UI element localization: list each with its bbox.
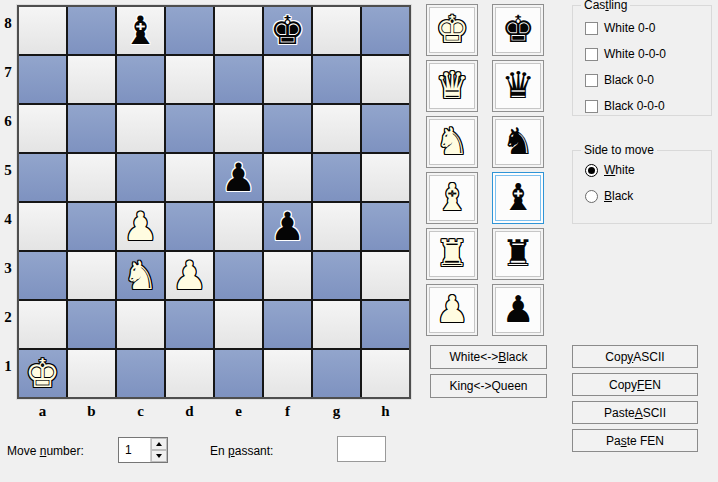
select-white-knight-button[interactable]: ♞ xyxy=(426,116,478,168)
square-b2[interactable] xyxy=(68,301,115,348)
square-a8[interactable] xyxy=(19,7,66,54)
square-h3[interactable] xyxy=(362,252,409,299)
square-e6[interactable] xyxy=(215,105,262,152)
file-label-c: c xyxy=(117,403,164,420)
square-e3[interactable] xyxy=(215,252,262,299)
square-c7[interactable] xyxy=(117,56,164,103)
square-h8[interactable] xyxy=(362,7,409,54)
square-b4[interactable] xyxy=(68,203,115,250)
square-h4[interactable] xyxy=(362,203,409,250)
file-label-h: h xyxy=(362,403,409,420)
file-label-d: d xyxy=(166,403,213,420)
square-b8[interactable] xyxy=(68,7,115,54)
rank-label-5: 5 xyxy=(0,147,16,194)
file-label-f: f xyxy=(264,403,311,420)
move-number-label: Move number: xyxy=(7,444,84,458)
black-rook-icon: ♜ xyxy=(501,232,534,276)
file-label-e: e xyxy=(215,403,262,420)
square-g1[interactable] xyxy=(313,350,360,397)
white-knight-piece: ♞ xyxy=(117,252,164,299)
file-label-b: b xyxy=(68,403,115,420)
select-black-king-button[interactable]: ♚ xyxy=(492,4,544,56)
square-d2[interactable] xyxy=(166,301,213,348)
arrow-up-icon xyxy=(156,442,162,446)
en-passant-label: En passant: xyxy=(210,444,273,458)
square-g4[interactable] xyxy=(313,203,360,250)
square-h1[interactable] xyxy=(362,350,409,397)
file-label-a: a xyxy=(19,403,66,420)
square-c5[interactable] xyxy=(117,154,164,201)
square-d4[interactable] xyxy=(166,203,213,250)
square-g5[interactable] xyxy=(313,154,360,201)
white-knight-icon: ♞ xyxy=(435,120,468,164)
square-f4[interactable]: ♟ xyxy=(264,203,311,250)
black-king-icon: ♚ xyxy=(501,8,534,52)
square-h2[interactable] xyxy=(362,301,409,348)
square-g7[interactable] xyxy=(313,56,360,103)
file-labels: abcdefgh xyxy=(19,403,409,420)
square-b3[interactable] xyxy=(68,252,115,299)
side-white-row: White xyxy=(585,163,635,177)
select-white-king-button[interactable]: ♚ xyxy=(426,4,478,56)
white-pawn-icon: ♟ xyxy=(435,288,468,332)
square-e1[interactable] xyxy=(215,350,262,397)
rank-label-8: 8 xyxy=(0,0,16,47)
square-d8[interactable] xyxy=(166,7,213,54)
square-d1[interactable] xyxy=(166,350,213,397)
black-pawn-piece: ♟ xyxy=(264,203,311,250)
checkbox-white-0-0-0-label: White 0-0-0 xyxy=(604,47,666,61)
rank-label-1: 1 xyxy=(0,343,16,390)
white-king-icon: ♚ xyxy=(435,8,468,52)
board: ♝♚♟♟♟♞♟♚ xyxy=(17,5,411,399)
select-white-pawn-button[interactable]: ♟ xyxy=(426,284,478,336)
castling-white-oo-row: White 0-0 xyxy=(585,21,655,35)
castling-white-ooo-row: White 0-0-0 xyxy=(585,47,666,61)
square-e5[interactable]: ♟ xyxy=(215,154,262,201)
square-c2[interactable] xyxy=(117,301,164,348)
black-queen-icon: ♛ xyxy=(501,64,534,108)
black-bishop-icon: ♝ xyxy=(501,176,534,220)
square-a4[interactable] xyxy=(19,203,66,250)
select-white-bishop-button[interactable]: ♝ xyxy=(426,172,478,224)
square-d6[interactable] xyxy=(166,105,213,152)
rank-label-2: 2 xyxy=(0,294,16,341)
black-knight-icon: ♞ xyxy=(501,120,534,164)
square-d7[interactable] xyxy=(166,56,213,103)
paste-ascii-button[interactable]: Paste ASCII xyxy=(572,401,698,424)
white-pawn-piece: ♟ xyxy=(166,252,213,299)
spinner-down-button[interactable] xyxy=(151,450,167,462)
select-white-rook-button[interactable]: ♜ xyxy=(426,228,478,280)
square-f5[interactable] xyxy=(264,154,311,201)
side-black-row: Black xyxy=(585,189,633,203)
square-b1[interactable] xyxy=(68,350,115,397)
radio-white[interactable] xyxy=(585,164,598,177)
square-c3[interactable]: ♞ xyxy=(117,252,164,299)
select-black-pawn-button[interactable]: ♟ xyxy=(492,284,544,336)
square-b7[interactable] xyxy=(68,56,115,103)
file-label-g: g xyxy=(313,403,360,420)
position-editor-window: 87654321 ♝♚♟♟♟♞♟♚ abcdefgh ♚♚♛♛♞♞♝♝♜♜♟♟ … xyxy=(0,0,718,482)
square-d5[interactable] xyxy=(166,154,213,201)
square-a3[interactable] xyxy=(19,252,66,299)
swap-colors-button[interactable]: White<->Black xyxy=(430,345,547,369)
white-bishop-icon: ♝ xyxy=(435,176,468,220)
square-e7[interactable] xyxy=(215,56,262,103)
spinner-arrows xyxy=(150,438,167,462)
move-number-value[interactable]: 1 xyxy=(119,438,150,462)
select-black-rook-button[interactable]: ♜ xyxy=(492,228,544,280)
white-king-piece: ♚ xyxy=(19,350,66,397)
white-queen-icon: ♛ xyxy=(435,64,468,108)
paste-fen-button[interactable]: Paste FEN xyxy=(572,429,698,452)
square-c1[interactable] xyxy=(117,350,164,397)
square-a1[interactable]: ♚ xyxy=(19,350,66,397)
checkbox-white-0-0-0[interactable] xyxy=(585,48,598,61)
checkbox-white-0-0[interactable] xyxy=(585,22,598,35)
checkbox-black-0-0-0[interactable] xyxy=(585,100,598,113)
black-bishop-piece: ♝ xyxy=(117,7,164,54)
swap-king-queen-button[interactable]: King<->Queen xyxy=(430,374,547,398)
rank-label-7: 7 xyxy=(0,49,16,96)
square-f8[interactable]: ♚ xyxy=(264,7,311,54)
square-b6[interactable] xyxy=(68,105,115,152)
checkbox-black-0-0-0-label: Black 0-0-0 xyxy=(604,99,665,113)
move-number-spinner[interactable]: 1 xyxy=(118,437,168,463)
black-pawn-icon: ♟ xyxy=(501,288,534,332)
side-to-move-group: Side to move White Black xyxy=(572,150,712,224)
checkbox-black-0-0-label: Black 0-0 xyxy=(604,73,654,87)
white-pawn-piece: ♟ xyxy=(117,203,164,250)
square-e2[interactable] xyxy=(215,301,262,348)
square-e4[interactable] xyxy=(215,203,262,250)
square-f7[interactable] xyxy=(264,56,311,103)
square-h7[interactable] xyxy=(362,56,409,103)
square-f2[interactable] xyxy=(264,301,311,348)
checkbox-white-0-0-label: White 0-0 xyxy=(604,21,655,35)
square-f6[interactable] xyxy=(264,105,311,152)
square-c6[interactable] xyxy=(117,105,164,152)
square-e8[interactable] xyxy=(215,7,262,54)
square-a7[interactable] xyxy=(19,56,66,103)
en-passant-input[interactable] xyxy=(337,436,386,462)
arrow-down-icon xyxy=(156,454,162,458)
castling-group-title: Castling xyxy=(581,0,630,12)
square-d3[interactable]: ♟ xyxy=(166,252,213,299)
rank-label-4: 4 xyxy=(0,196,16,243)
square-g2[interactable] xyxy=(313,301,360,348)
square-b5[interactable] xyxy=(68,154,115,201)
square-h5[interactable] xyxy=(362,154,409,201)
square-c8[interactable]: ♝ xyxy=(117,7,164,54)
radio-white-label: White xyxy=(604,163,635,177)
square-g6[interactable] xyxy=(313,105,360,152)
square-g3[interactable] xyxy=(313,252,360,299)
black-pawn-piece: ♟ xyxy=(215,154,262,201)
radio-black-label: Black xyxy=(604,189,633,203)
select-black-bishop-button[interactable]: ♝ xyxy=(492,172,544,224)
square-h6[interactable] xyxy=(362,105,409,152)
square-g8[interactable] xyxy=(313,7,360,54)
castling-black-ooo-row: Black 0-0-0 xyxy=(585,99,665,113)
rank-label-3: 3 xyxy=(0,245,16,292)
white-rook-icon: ♜ xyxy=(435,232,468,276)
radio-black[interactable] xyxy=(585,190,598,203)
select-white-queen-button[interactable]: ♛ xyxy=(426,60,478,112)
copy-fen-button[interactable]: Copy FEN xyxy=(572,373,698,396)
black-king-piece: ♚ xyxy=(264,7,311,54)
rank-label-6: 6 xyxy=(0,98,16,145)
square-a2[interactable] xyxy=(19,301,66,348)
select-black-queen-button[interactable]: ♛ xyxy=(492,60,544,112)
square-a5[interactable] xyxy=(19,154,66,201)
side-to-move-title: Side to move xyxy=(581,143,657,157)
castling-black-oo-row: Black 0-0 xyxy=(585,73,654,87)
spinner-up-button[interactable] xyxy=(151,438,167,450)
castling-group: Castling White 0-0 White 0-0-0 Black 0-0… xyxy=(572,5,712,116)
square-c4[interactable]: ♟ xyxy=(117,203,164,250)
square-a6[interactable] xyxy=(19,105,66,152)
select-black-knight-button[interactable]: ♞ xyxy=(492,116,544,168)
square-f3[interactable] xyxy=(264,252,311,299)
checkbox-black-0-0[interactable] xyxy=(585,74,598,87)
rank-labels: 87654321 xyxy=(0,0,16,390)
copy-ascii-button[interactable]: Copy ASCII xyxy=(572,345,698,368)
square-f1[interactable] xyxy=(264,350,311,397)
